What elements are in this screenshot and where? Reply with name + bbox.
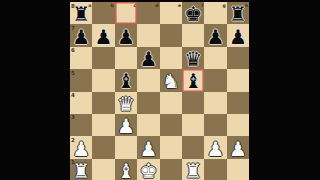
- square-c8[interactable]: c: [115, 2, 137, 24]
- square-f1[interactable]: ♜: [182, 159, 204, 180]
- rank-label-3: 3: [71, 114, 75, 120]
- square-h8[interactable]: h♜: [227, 2, 249, 24]
- black-bishop-f5: ♝: [184, 71, 202, 91]
- square-f3[interactable]: [182, 114, 204, 136]
- square-c6[interactable]: [115, 47, 137, 69]
- square-a6[interactable]: 6: [70, 47, 92, 69]
- square-d3[interactable]: [137, 114, 159, 136]
- square-e5[interactable]: ♞: [160, 69, 182, 91]
- square-f2[interactable]: [182, 136, 204, 158]
- white-pawn-c3: ♟: [117, 116, 135, 136]
- square-a5[interactable]: 5: [70, 69, 92, 91]
- chessboard: 8a♜bcdef♚gh♜7♟♟♟♟♟6♟♛5♝♞♝4♛3♟2♟♟♟♟1♜♝♚♜: [70, 2, 249, 180]
- square-a4[interactable]: 4: [70, 92, 92, 114]
- white-pawn-a2: ♟: [72, 138, 90, 158]
- black-pawn-g7: ♟: [207, 26, 225, 46]
- square-h6[interactable]: [227, 47, 249, 69]
- file-label-c: c: [134, 3, 137, 8]
- square-e1[interactable]: [160, 159, 182, 180]
- square-h1[interactable]: [227, 159, 249, 180]
- black-pawn-c7: ♟: [117, 26, 135, 46]
- black-pawn-b7: ♟: [95, 26, 113, 46]
- square-f6[interactable]: ♛: [182, 47, 204, 69]
- square-h5[interactable]: [227, 69, 249, 91]
- square-d1[interactable]: ♚: [137, 159, 159, 180]
- square-a3[interactable]: 3: [70, 114, 92, 136]
- white-knight-e5: ♞: [162, 71, 180, 91]
- square-g2[interactable]: ♟: [204, 136, 226, 158]
- square-c4[interactable]: ♛: [115, 92, 137, 114]
- square-g4[interactable]: [204, 92, 226, 114]
- square-b6[interactable]: [92, 47, 114, 69]
- square-c5[interactable]: ♝: [115, 69, 137, 91]
- square-h2[interactable]: ♟: [227, 136, 249, 158]
- file-label-e: e: [178, 3, 181, 8]
- white-bishop-c1: ♝: [117, 160, 135, 180]
- square-f8[interactable]: f♚: [182, 2, 204, 24]
- square-b3[interactable]: [92, 114, 114, 136]
- square-h4[interactable]: [227, 92, 249, 114]
- square-b4[interactable]: [92, 92, 114, 114]
- white-king-d1: ♚: [139, 160, 157, 180]
- square-h7[interactable]: ♟: [227, 24, 249, 46]
- square-b1[interactable]: [92, 159, 114, 180]
- square-f5[interactable]: ♝: [182, 69, 204, 91]
- square-c7[interactable]: ♟: [115, 24, 137, 46]
- square-d5[interactable]: [137, 69, 159, 91]
- square-d2[interactable]: ♟: [137, 136, 159, 158]
- white-pawn-h2: ♟: [229, 138, 247, 158]
- square-d4[interactable]: [137, 92, 159, 114]
- square-d8[interactable]: d: [137, 2, 159, 24]
- square-f7[interactable]: [182, 24, 204, 46]
- white-rook-f1: ♜: [184, 160, 202, 180]
- file-label-g: g: [223, 3, 226, 8]
- square-e7[interactable]: [160, 24, 182, 46]
- square-g8[interactable]: g: [204, 2, 226, 24]
- white-pawn-d2: ♟: [139, 138, 157, 158]
- square-e2[interactable]: [160, 136, 182, 158]
- square-e8[interactable]: e: [160, 2, 182, 24]
- rank-label-6: 6: [71, 47, 75, 53]
- square-a8[interactable]: 8a♜: [70, 2, 92, 24]
- black-queen-f6: ♛: [184, 48, 202, 68]
- white-queen-c4: ♛: [117, 93, 135, 113]
- square-b7[interactable]: ♟: [92, 24, 114, 46]
- square-b8[interactable]: b: [92, 2, 114, 24]
- file-label-d: d: [155, 3, 158, 8]
- square-b2[interactable]: [92, 136, 114, 158]
- black-pawn-d6: ♟: [139, 48, 157, 68]
- square-h3[interactable]: [227, 114, 249, 136]
- square-g5[interactable]: [204, 69, 226, 91]
- square-f4[interactable]: [182, 92, 204, 114]
- rank-label-5: 5: [71, 70, 75, 76]
- square-d7[interactable]: [137, 24, 159, 46]
- square-g3[interactable]: [204, 114, 226, 136]
- black-rook-h8: ♜: [229, 4, 247, 24]
- square-d6[interactable]: ♟: [137, 47, 159, 69]
- square-g6[interactable]: [204, 47, 226, 69]
- square-g1[interactable]: [204, 159, 226, 180]
- black-pawn-a7: ♟: [72, 26, 90, 46]
- square-e6[interactable]: [160, 47, 182, 69]
- square-a1[interactable]: 1♜: [70, 159, 92, 180]
- square-a2[interactable]: 2♟: [70, 136, 92, 158]
- rank-label-4: 4: [71, 92, 75, 98]
- video-frame: 8a♜bcdef♚gh♜7♟♟♟♟♟6♟♛5♝♞♝4♛3♟2♟♟♟♟1♜♝♚♜: [0, 0, 320, 180]
- black-bishop-c5: ♝: [117, 71, 135, 91]
- square-c3[interactable]: ♟: [115, 114, 137, 136]
- white-rook-a1: ♜: [72, 160, 90, 180]
- file-label-b: b: [111, 3, 114, 8]
- square-c2[interactable]: [115, 136, 137, 158]
- white-pawn-g2: ♟: [207, 138, 225, 158]
- square-b5[interactable]: [92, 69, 114, 91]
- black-king-f8: ♚: [184, 4, 202, 24]
- black-pawn-h7: ♟: [229, 26, 247, 46]
- square-e4[interactable]: [160, 92, 182, 114]
- square-g7[interactable]: ♟: [204, 24, 226, 46]
- square-e3[interactable]: [160, 114, 182, 136]
- square-c1[interactable]: ♝: [115, 159, 137, 180]
- square-a7[interactable]: 7♟: [70, 24, 92, 46]
- black-rook-a8: ♜: [72, 4, 90, 24]
